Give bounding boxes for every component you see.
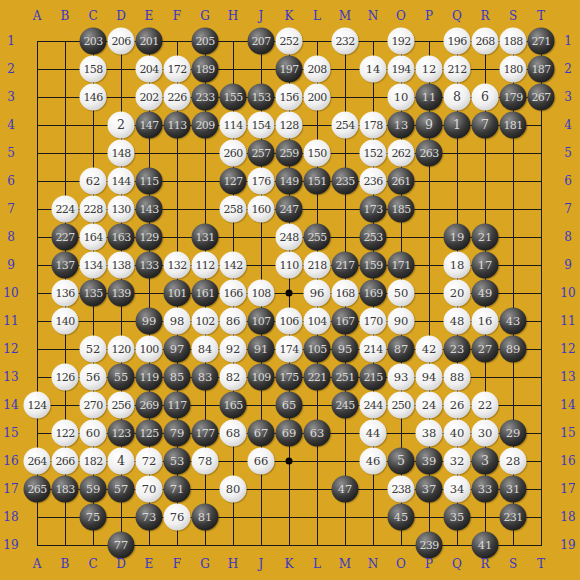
stone[interactable]: 106 [276, 308, 303, 335]
stone[interactable]: 44 [360, 420, 387, 447]
stone[interactable]: 187 [528, 56, 555, 83]
stone[interactable]: 179 [500, 84, 527, 111]
stone[interactable]: 232 [332, 28, 359, 55]
row-label-left: 12 [3, 342, 18, 356]
col-label-bottom: J [259, 557, 264, 571]
stone[interactable]: 173 [360, 196, 387, 223]
row-label-right: 19 [560, 538, 575, 552]
row-label-left: 19 [3, 538, 18, 552]
stone[interactable]: 2 [108, 112, 135, 139]
stone[interactable]: 174 [276, 336, 303, 363]
stone[interactable]: 62 [80, 168, 107, 195]
go-board[interactable]: 2032062012052072522321921962681882711582… [0, 0, 580, 580]
stone[interactable]: 130 [108, 196, 135, 223]
stone[interactable]: 88 [444, 364, 471, 391]
stone[interactable]: 150 [304, 140, 331, 167]
stone[interactable]: 113 [164, 112, 191, 139]
stone[interactable]: 259 [276, 140, 303, 167]
col-label-bottom: C [88, 557, 97, 571]
stone[interactable]: 252 [276, 28, 303, 55]
col-label-top: M [339, 9, 351, 23]
stone[interactable]: 182 [80, 448, 107, 475]
stone[interactable]: 143 [136, 196, 163, 223]
stone[interactable]: 185 [388, 196, 415, 223]
stone[interactable]: 18 [444, 252, 471, 279]
row-label-right: 6 [564, 174, 572, 188]
row-label-right: 9 [564, 258, 572, 272]
stone[interactable]: 189 [192, 56, 219, 83]
stone[interactable]: 155 [220, 84, 247, 111]
stone[interactable]: 20 [444, 280, 471, 307]
stone[interactable]: 38 [416, 420, 443, 447]
row-label-right: 3 [564, 90, 572, 104]
stone[interactable]: 133 [136, 252, 163, 279]
row-label-left: 7 [7, 202, 15, 216]
col-label-top: C [88, 9, 97, 23]
stone[interactable]: 26 [444, 392, 471, 419]
row-label-left: 10 [3, 286, 18, 300]
stone[interactable]: 206 [108, 28, 135, 55]
grid-line [541, 41, 542, 546]
stone[interactable]: 81 [192, 504, 219, 531]
stone[interactable]: 123 [108, 420, 135, 447]
stone[interactable]: 82 [220, 364, 247, 391]
stone[interactable]: 17 [472, 252, 499, 279]
col-label-bottom: N [368, 557, 379, 571]
stone[interactable]: 158 [80, 56, 107, 83]
stone[interactable]: 89 [500, 336, 527, 363]
stone[interactable]: 55 [108, 364, 135, 391]
row-label-right: 16 [560, 454, 575, 468]
row-label-left: 17 [3, 482, 18, 496]
stone[interactable]: 107 [248, 308, 275, 335]
stone[interactable]: 266 [52, 448, 79, 475]
stone[interactable]: 204 [136, 56, 163, 83]
row-label-left: 13 [3, 370, 18, 384]
row-label-right: 2 [564, 62, 572, 76]
stone[interactable]: 66 [248, 448, 275, 475]
stone[interactable]: 29 [500, 420, 527, 447]
row-label-right: 5 [564, 146, 572, 160]
stone[interactable]: 250 [388, 392, 415, 419]
row-label-left: 9 [7, 258, 15, 272]
row-label-left: 6 [7, 174, 15, 188]
stone[interactable]: 41 [472, 532, 499, 559]
stone[interactable]: 11 [416, 84, 443, 111]
stone[interactable]: 46 [360, 448, 387, 475]
stone[interactable]: 271 [528, 28, 555, 55]
stone[interactable]: 28 [500, 448, 527, 475]
stone[interactable]: 254 [332, 112, 359, 139]
stone[interactable]: 214 [360, 336, 387, 363]
stone[interactable]: 263 [416, 140, 443, 167]
stone[interactable]: 79 [164, 420, 191, 447]
stone[interactable]: 22 [472, 392, 499, 419]
stone[interactable]: 138 [108, 252, 135, 279]
stone[interactable]: 104 [304, 308, 331, 335]
stone[interactable]: 148 [108, 140, 135, 167]
stone[interactable]: 115 [136, 168, 163, 195]
stone[interactable]: 192 [388, 28, 415, 55]
row-label-left: 8 [7, 230, 15, 244]
stone[interactable]: 52 [80, 336, 107, 363]
stone[interactable]: 239 [416, 532, 443, 559]
stone[interactable]: 202 [136, 84, 163, 111]
stone[interactable]: 6 [472, 84, 499, 111]
stone[interactable]: 71 [164, 476, 191, 503]
stone[interactable]: 112 [192, 252, 219, 279]
stone[interactable]: 83 [192, 364, 219, 391]
stone[interactable]: 156 [276, 84, 303, 111]
stone[interactable]: 109 [248, 364, 275, 391]
stone[interactable]: 49 [472, 280, 499, 307]
stone[interactable]: 194 [388, 56, 415, 83]
col-label-top: K [285, 9, 294, 23]
stone[interactable]: 23 [444, 336, 471, 363]
stone[interactable]: 212 [444, 56, 471, 83]
stone[interactable]: 33 [472, 476, 499, 503]
stone[interactable]: 122 [52, 420, 79, 447]
col-label-top: T [537, 9, 545, 23]
row-label-left: 5 [7, 146, 15, 160]
stone[interactable]: 94 [416, 364, 443, 391]
stone[interactable]: 208 [304, 56, 331, 83]
stone[interactable]: 183 [52, 476, 79, 503]
stone[interactable]: 114 [220, 112, 247, 139]
stone[interactable]: 42 [416, 336, 443, 363]
stone[interactable]: 269 [136, 392, 163, 419]
col-label-top: P [425, 9, 433, 23]
row-label-left: 11 [3, 314, 18, 328]
stone[interactable]: 197 [276, 56, 303, 83]
stone[interactable]: 152 [360, 140, 387, 167]
stone[interactable]: 85 [164, 364, 191, 391]
stone[interactable]: 256 [108, 392, 135, 419]
col-label-top: Q [452, 9, 462, 23]
stone[interactable]: 31 [500, 476, 527, 503]
row-label-right: 14 [560, 398, 575, 412]
stone[interactable]: 75 [80, 504, 107, 531]
col-label-top: D [116, 9, 126, 23]
stone[interactable]: 160 [248, 196, 275, 223]
stone[interactable]: 80 [220, 476, 247, 503]
stone[interactable]: 68 [220, 420, 247, 447]
stone[interactable]: 128 [276, 112, 303, 139]
stone[interactable]: 78 [192, 448, 219, 475]
stone[interactable]: 168 [332, 280, 359, 307]
stone[interactable]: 177 [192, 420, 219, 447]
stone[interactable]: 27 [472, 336, 499, 363]
stone[interactable]: 151 [304, 168, 331, 195]
stone[interactable]: 129 [136, 224, 163, 251]
col-label-bottom: E [145, 557, 154, 571]
row-label-left: 15 [3, 426, 18, 440]
stone[interactable]: 10 [388, 84, 415, 111]
stone[interactable]: 139 [108, 280, 135, 307]
stone[interactable]: 205 [192, 28, 219, 55]
stone[interactable]: 57 [108, 476, 135, 503]
stone[interactable]: 245 [332, 392, 359, 419]
stone[interactable]: 267 [528, 84, 555, 111]
row-label-right: 7 [564, 202, 572, 216]
stone[interactable]: 228 [80, 196, 107, 223]
row-label-left: 16 [3, 454, 18, 468]
stone[interactable]: 137 [52, 252, 79, 279]
stone[interactable]: 159 [360, 252, 387, 279]
stone[interactable]: 255 [304, 224, 331, 251]
stone[interactable]: 171 [388, 252, 415, 279]
stone[interactable]: 131 [192, 224, 219, 251]
stone[interactable]: 98 [164, 308, 191, 335]
stone[interactable]: 262 [388, 140, 415, 167]
stone[interactable]: 92 [220, 336, 247, 363]
stone[interactable]: 231 [500, 504, 527, 531]
stone[interactable]: 7 [472, 112, 499, 139]
stone[interactable]: 48 [444, 308, 471, 335]
col-label-top: H [228, 9, 238, 23]
stone[interactable]: 154 [248, 112, 275, 139]
stone[interactable]: 14 [360, 56, 387, 83]
stone[interactable]: 132 [164, 252, 191, 279]
stone[interactable]: 140 [52, 308, 79, 335]
stone[interactable]: 65 [276, 392, 303, 419]
stone[interactable]: 43 [500, 308, 527, 335]
stone[interactable]: 4 [108, 448, 135, 475]
stone[interactable]: 77 [108, 532, 135, 559]
stone[interactable]: 248 [276, 224, 303, 251]
stone[interactable]: 101 [164, 280, 191, 307]
col-label-top: L [313, 9, 321, 23]
col-label-top: F [173, 9, 181, 23]
stone[interactable]: 91 [248, 336, 275, 363]
stone[interactable]: 226 [164, 84, 191, 111]
col-label-bottom: T [537, 557, 545, 571]
stone[interactable]: 37 [416, 476, 443, 503]
stone[interactable]: 188 [500, 28, 527, 55]
stone[interactable]: 45 [388, 504, 415, 531]
stone[interactable]: 3 [472, 448, 499, 475]
stone[interactable]: 217 [332, 252, 359, 279]
stone[interactable]: 178 [360, 112, 387, 139]
stone[interactable]: 207 [248, 28, 275, 55]
stone[interactable]: 215 [360, 364, 387, 391]
stone[interactable]: 247 [276, 196, 303, 223]
stone[interactable]: 60 [80, 420, 107, 447]
stone[interactable]: 87 [388, 336, 415, 363]
col-label-top: R [480, 9, 489, 23]
stone[interactable]: 147 [136, 112, 163, 139]
stone[interactable]: 153 [248, 84, 275, 111]
row-label-right: 10 [560, 286, 575, 300]
stone[interactable]: 76 [164, 504, 191, 531]
col-label-bottom: S [509, 557, 517, 571]
stone[interactable]: 86 [220, 308, 247, 335]
stone[interactable]: 102 [192, 308, 219, 335]
col-label-bottom: D [116, 557, 126, 571]
stone[interactable]: 235 [332, 168, 359, 195]
stone[interactable]: 12 [416, 56, 443, 83]
stone[interactable]: 73 [136, 504, 163, 531]
row-label-right: 12 [560, 342, 575, 356]
stone[interactable]: 201 [136, 28, 163, 55]
col-label-top: S [509, 9, 517, 23]
stone[interactable]: 84 [192, 336, 219, 363]
row-label-right: 1 [564, 34, 572, 48]
stone[interactable]: 19 [444, 224, 471, 251]
col-label-top: B [61, 9, 70, 23]
col-label-bottom: Q [452, 557, 462, 571]
stone[interactable]: 196 [444, 28, 471, 55]
stone[interactable]: 39 [416, 448, 443, 475]
stone[interactable]: 180 [500, 56, 527, 83]
stone[interactable]: 170 [360, 308, 387, 335]
stone[interactable]: 95 [332, 336, 359, 363]
stone[interactable]: 8 [444, 84, 471, 111]
col-label-bottom: K [285, 557, 294, 571]
stone[interactable]: 264 [24, 448, 51, 475]
row-label-right: 8 [564, 230, 572, 244]
col-label-top: A [33, 9, 42, 23]
col-label-top: O [396, 9, 406, 23]
stone[interactable]: 165 [220, 392, 247, 419]
stone[interactable]: 270 [80, 392, 107, 419]
stone[interactable]: 209 [192, 112, 219, 139]
stone[interactable]: 176 [248, 168, 275, 195]
row-label-right: 11 [560, 314, 575, 328]
stone[interactable]: 126 [52, 364, 79, 391]
col-label-bottom: M [339, 557, 351, 571]
row-label-left: 1 [7, 34, 15, 48]
stone[interactable]: 30 [472, 420, 499, 447]
stone[interactable]: 261 [388, 168, 415, 195]
stone[interactable]: 142 [220, 252, 247, 279]
stone[interactable]: 40 [444, 420, 471, 447]
row-label-left: 14 [3, 398, 18, 412]
col-label-bottom: L [313, 557, 321, 571]
stone[interactable]: 34 [444, 476, 471, 503]
stone[interactable]: 244 [360, 392, 387, 419]
stone[interactable]: 260 [220, 140, 247, 167]
stone[interactable]: 167 [332, 308, 359, 335]
stone[interactable]: 5 [388, 448, 415, 475]
stone[interactable]: 108 [248, 280, 275, 307]
stone[interactable]: 258 [220, 196, 247, 223]
stone[interactable]: 125 [136, 420, 163, 447]
stone[interactable]: 172 [164, 56, 191, 83]
stone[interactable]: 47 [332, 476, 359, 503]
stone[interactable]: 257 [248, 140, 275, 167]
stone[interactable]: 166 [220, 280, 247, 307]
stone[interactable]: 200 [304, 84, 331, 111]
stone[interactable]: 32 [444, 448, 471, 475]
stone[interactable]: 181 [500, 112, 527, 139]
col-label-bottom: H [228, 557, 238, 571]
stone[interactable]: 161 [192, 280, 219, 307]
col-label-bottom: R [480, 557, 489, 571]
row-label-right: 17 [560, 482, 575, 496]
stone[interactable]: 63 [304, 420, 331, 447]
stone[interactable]: 268 [472, 28, 499, 55]
stone[interactable]: 35 [444, 504, 471, 531]
stone[interactable]: 120 [108, 336, 135, 363]
stone[interactable]: 90 [388, 308, 415, 335]
col-label-top: N [368, 9, 379, 23]
stone[interactable]: 163 [108, 224, 135, 251]
hoshi-point [286, 290, 293, 297]
stone[interactable]: 221 [304, 364, 331, 391]
stone[interactable]: 144 [108, 168, 135, 195]
row-label-left: 3 [7, 90, 15, 104]
stone[interactable]: 251 [332, 364, 359, 391]
col-label-bottom: G [200, 557, 210, 571]
stone[interactable]: 13 [388, 112, 415, 139]
stone[interactable]: 99 [136, 308, 163, 335]
stone[interactable]: 265 [24, 476, 51, 503]
stone[interactable]: 56 [80, 364, 107, 391]
stone[interactable]: 175 [276, 364, 303, 391]
stone[interactable]: 149 [276, 168, 303, 195]
stone[interactable]: 127 [220, 168, 247, 195]
stone[interactable]: 1 [444, 112, 471, 139]
stone[interactable]: 96 [304, 280, 331, 307]
col-label-top: E [145, 9, 154, 23]
row-label-right: 4 [564, 118, 572, 132]
row-label-right: 15 [560, 426, 575, 440]
stone[interactable]: 16 [472, 308, 499, 335]
stone[interactable]: 238 [388, 476, 415, 503]
stone[interactable]: 59 [80, 476, 107, 503]
stone[interactable]: 97 [164, 336, 191, 363]
stone[interactable]: 93 [388, 364, 415, 391]
stone[interactable]: 233 [192, 84, 219, 111]
stone[interactable]: 218 [304, 252, 331, 279]
stone[interactable]: 146 [80, 84, 107, 111]
row-label-right: 13 [560, 370, 575, 384]
stone[interactable]: 227 [52, 224, 79, 251]
stone[interactable]: 72 [136, 448, 163, 475]
stone[interactable]: 100 [136, 336, 163, 363]
stone[interactable]: 69 [276, 420, 303, 447]
stone[interactable]: 105 [304, 336, 331, 363]
stone[interactable]: 110 [276, 252, 303, 279]
hoshi-point [286, 458, 293, 465]
stone[interactable]: 119 [136, 364, 163, 391]
stone[interactable]: 203 [80, 28, 107, 55]
stone[interactable]: 169 [360, 280, 387, 307]
stone[interactable]: 24 [416, 392, 443, 419]
stone[interactable]: 135 [80, 280, 107, 307]
row-label-left: 18 [3, 510, 18, 524]
col-label-top: G [200, 9, 210, 23]
stone[interactable]: 67 [248, 420, 275, 447]
stone[interactable]: 236 [360, 168, 387, 195]
stone[interactable]: 9 [416, 112, 443, 139]
row-label-right: 18 [560, 510, 575, 524]
stone[interactable]: 70 [136, 476, 163, 503]
stone[interactable]: 117 [164, 392, 191, 419]
stone[interactable]: 53 [164, 448, 191, 475]
stone[interactable]: 21 [472, 224, 499, 251]
stone[interactable]: 50 [388, 280, 415, 307]
stone[interactable]: 164 [80, 224, 107, 251]
stone[interactable]: 224 [52, 196, 79, 223]
row-label-left: 4 [7, 118, 15, 132]
stone[interactable]: 253 [360, 224, 387, 251]
stone[interactable]: 124 [24, 392, 51, 419]
col-label-bottom: B [61, 557, 70, 571]
stone[interactable]: 136 [52, 280, 79, 307]
stone[interactable]: 134 [80, 252, 107, 279]
